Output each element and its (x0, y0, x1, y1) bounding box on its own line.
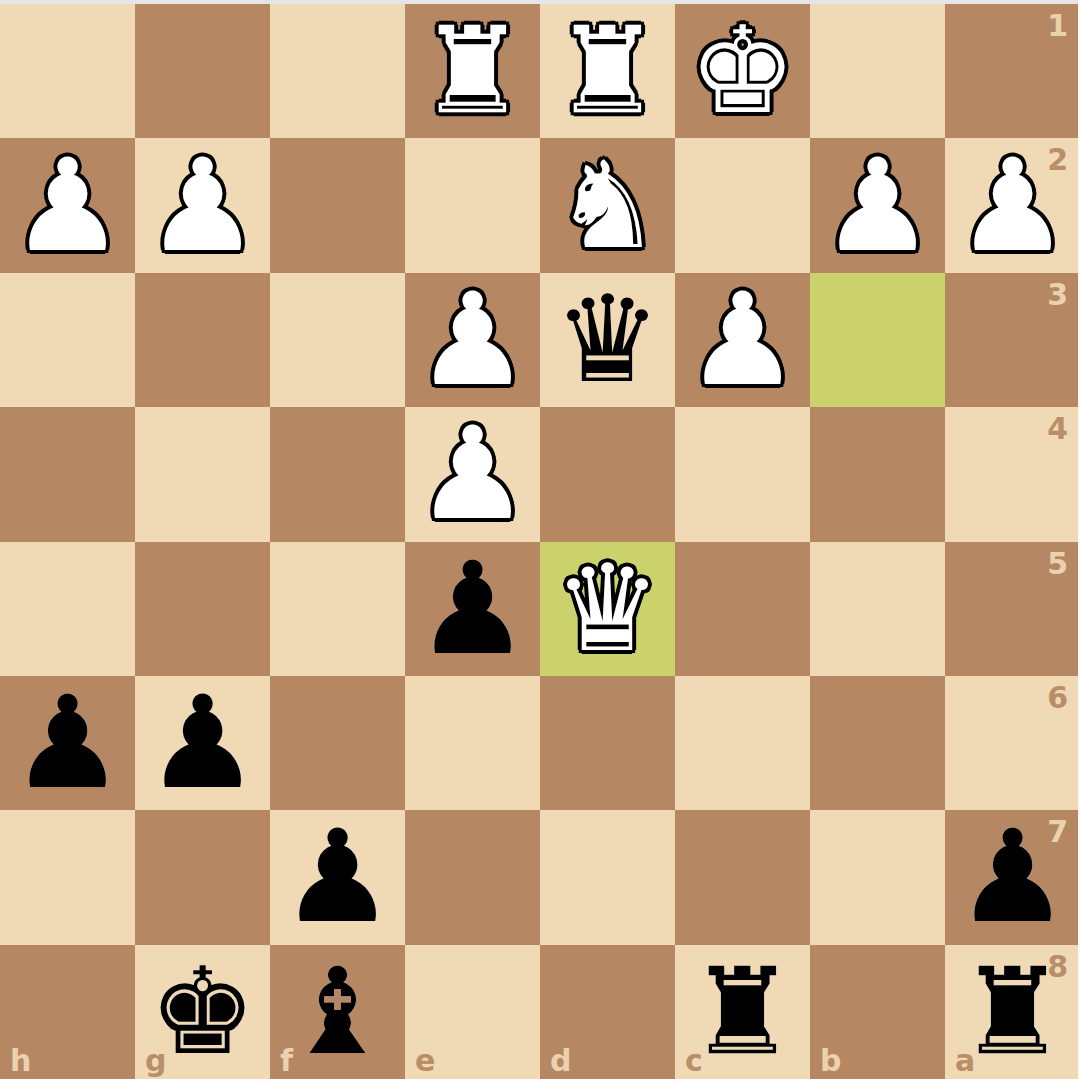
square-b6[interactable] (810, 676, 945, 810)
square-e4[interactable]: ♟♟ (405, 407, 540, 541)
black-bishop[interactable]: ♝♝ (270, 945, 405, 1079)
white-pawn[interactable]: ♟♟ (945, 138, 1080, 272)
square-d1[interactable]: ♜♜ (540, 4, 675, 138)
square-g5[interactable] (135, 542, 270, 676)
square-b5[interactable] (810, 542, 945, 676)
piece-glyph: ♟ (945, 138, 1080, 272)
white-pawn[interactable]: ♟♟ (405, 407, 540, 541)
square-c2[interactable] (675, 138, 810, 272)
white-king[interactable]: ♚♚ (675, 4, 810, 138)
rank-label-5: 5 (1047, 546, 1068, 581)
square-d2[interactable]: ♞♞ (540, 138, 675, 272)
black-pawn[interactable]: ♟♟ (0, 676, 135, 810)
file-label-b: b (820, 1043, 841, 1078)
piece-glyph: ♟ (135, 676, 270, 810)
piece-glyph: ♟ (0, 676, 135, 810)
chess-board: ♜♜♜♜♚♚1♟♟♟♟♞♞♟♟♟♟2♟♟♛♛♟♟3♟♟4♟♟♛♛5♟♟♟♟6♟♟… (0, 4, 1080, 1079)
square-e6[interactable] (405, 676, 540, 810)
square-c4[interactable] (675, 407, 810, 541)
piece-glyph: ♟ (405, 542, 540, 676)
square-e3[interactable]: ♟♟ (405, 273, 540, 407)
square-d8[interactable]: d (540, 945, 675, 1079)
rank-label-6: 6 (1047, 680, 1068, 715)
file-label-d: d (550, 1043, 571, 1078)
piece-glyph: ♟ (0, 138, 135, 272)
piece-glyph: ♛ (540, 542, 675, 676)
square-c3[interactable]: ♟♟ (675, 273, 810, 407)
square-f3[interactable] (270, 273, 405, 407)
square-f8[interactable]: ♝♝f (270, 945, 405, 1079)
square-h8[interactable]: h (0, 945, 135, 1079)
square-c5[interactable] (675, 542, 810, 676)
piece-glyph: ♟ (945, 810, 1080, 944)
square-e1[interactable]: ♜♜ (405, 4, 540, 138)
square-f4[interactable] (270, 407, 405, 541)
piece-glyph: ♟ (270, 810, 405, 944)
piece-glyph: ♜ (675, 945, 810, 1079)
square-d6[interactable] (540, 676, 675, 810)
square-g3[interactable] (135, 273, 270, 407)
square-g4[interactable] (135, 407, 270, 541)
square-a7[interactable]: ♟♟7 (945, 810, 1080, 944)
square-c1[interactable]: ♚♚ (675, 4, 810, 138)
square-h7[interactable] (0, 810, 135, 944)
square-b7[interactable] (810, 810, 945, 944)
rank-label-3: 3 (1047, 277, 1068, 312)
square-d4[interactable] (540, 407, 675, 541)
square-g7[interactable] (135, 810, 270, 944)
black-pawn[interactable]: ♟♟ (945, 810, 1080, 944)
rank-label-1: 1 (1047, 8, 1068, 43)
square-h3[interactable] (0, 273, 135, 407)
white-pawn[interactable]: ♟♟ (405, 273, 540, 407)
square-a1[interactable]: 1 (945, 4, 1080, 138)
square-g1[interactable] (135, 4, 270, 138)
square-h6[interactable]: ♟♟ (0, 676, 135, 810)
square-g8[interactable]: ♚♚g (135, 945, 270, 1079)
square-f1[interactable] (270, 4, 405, 138)
black-pawn[interactable]: ♟♟ (270, 810, 405, 944)
square-c7[interactable] (675, 810, 810, 944)
square-h5[interactable] (0, 542, 135, 676)
white-rook[interactable]: ♜♜ (405, 4, 540, 138)
rank-label-4: 4 (1047, 411, 1068, 446)
square-e8[interactable]: e (405, 945, 540, 1079)
piece-glyph: ♟ (405, 273, 540, 407)
white-queen[interactable]: ♛♛ (540, 542, 675, 676)
square-g2[interactable]: ♟♟ (135, 138, 270, 272)
square-c8[interactable]: ♜♜c (675, 945, 810, 1079)
piece-glyph: ♜ (405, 4, 540, 138)
black-rook[interactable]: ♜♜ (675, 945, 810, 1079)
square-a6[interactable]: 6 (945, 676, 1080, 810)
square-b4[interactable] (810, 407, 945, 541)
black-king[interactable]: ♚♚ (135, 945, 270, 1079)
square-b1[interactable] (810, 4, 945, 138)
piece-glyph: ♟ (405, 407, 540, 541)
square-b8[interactable]: b (810, 945, 945, 1079)
square-d3[interactable]: ♛♛ (540, 273, 675, 407)
square-f5[interactable] (270, 542, 405, 676)
square-f7[interactable]: ♟♟ (270, 810, 405, 944)
black-queen[interactable]: ♛♛ (540, 273, 675, 407)
square-d7[interactable] (540, 810, 675, 944)
white-rook[interactable]: ♜♜ (540, 4, 675, 138)
black-rook[interactable]: ♜♜ (945, 945, 1080, 1079)
square-h1[interactable] (0, 4, 135, 138)
piece-glyph: ♜ (540, 4, 675, 138)
square-a5[interactable]: 5 (945, 542, 1080, 676)
black-pawn[interactable]: ♟♟ (405, 542, 540, 676)
piece-glyph: ♝ (270, 945, 405, 1079)
square-f6[interactable] (270, 676, 405, 810)
square-g6[interactable]: ♟♟ (135, 676, 270, 810)
square-c6[interactable] (675, 676, 810, 810)
white-pawn[interactable]: ♟♟ (675, 273, 810, 407)
piece-glyph: ♚ (675, 4, 810, 138)
square-e2[interactable] (405, 138, 540, 272)
square-h4[interactable] (0, 407, 135, 541)
square-d5[interactable]: ♛♛ (540, 542, 675, 676)
piece-glyph: ♞ (540, 138, 675, 272)
square-a3[interactable]: 3 (945, 273, 1080, 407)
piece-glyph: ♟ (135, 138, 270, 272)
square-e7[interactable] (405, 810, 540, 944)
square-b3[interactable] (810, 273, 945, 407)
square-a4[interactable]: 4 (945, 407, 1080, 541)
piece-glyph: ♚ (135, 945, 270, 1079)
square-b2[interactable]: ♟♟ (810, 138, 945, 272)
white-pawn[interactable]: ♟♟ (135, 138, 270, 272)
piece-glyph: ♟ (675, 273, 810, 407)
white-knight[interactable]: ♞♞ (540, 138, 675, 272)
square-a8[interactable]: ♜♜a8 (945, 945, 1080, 1079)
file-label-h: h (10, 1043, 31, 1078)
piece-glyph: ♛ (540, 273, 675, 407)
black-pawn[interactable]: ♟♟ (135, 676, 270, 810)
square-a2[interactable]: ♟♟2 (945, 138, 1080, 272)
square-e5[interactable]: ♟♟ (405, 542, 540, 676)
square-h2[interactable]: ♟♟ (0, 138, 135, 272)
piece-glyph: ♜ (945, 945, 1080, 1079)
file-label-e: e (415, 1043, 435, 1078)
square-f2[interactable] (270, 138, 405, 272)
white-pawn[interactable]: ♟♟ (0, 138, 135, 272)
white-pawn[interactable]: ♟♟ (810, 138, 945, 272)
piece-glyph: ♟ (810, 138, 945, 272)
